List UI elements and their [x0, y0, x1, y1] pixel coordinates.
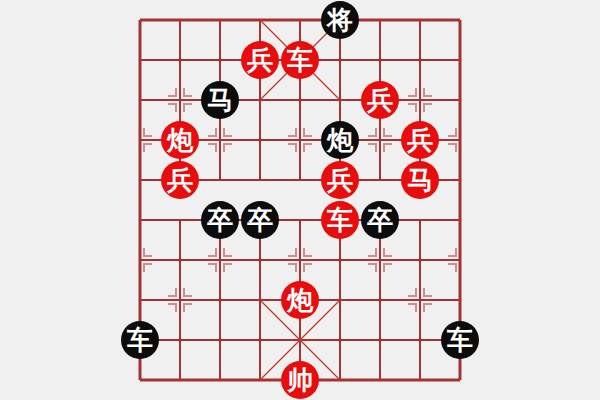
piece-black-soldier[interactable]: 卒 — [241, 201, 279, 239]
piece-red-chariot[interactable]: 车 — [321, 201, 359, 239]
piece-black-chariot[interactable]: 车 — [121, 321, 159, 359]
piece-black-horse[interactable]: 马 — [201, 81, 239, 119]
piece-black-soldier[interactable]: 卒 — [361, 201, 399, 239]
piece-black-soldier[interactable]: 卒 — [201, 201, 239, 239]
piece-red-soldier[interactable]: 兵 — [401, 121, 439, 159]
piece-red-chariot[interactable]: 车 — [281, 41, 319, 79]
piece-red-soldier[interactable]: 兵 — [361, 81, 399, 119]
piece-red-general[interactable]: 帅 — [281, 361, 319, 399]
piece-black-chariot[interactable]: 车 — [441, 321, 479, 359]
piece-red-soldier[interactable]: 兵 — [241, 41, 279, 79]
pieces-layer: 将兵车马兵炮炮兵兵兵马卒卒车卒炮车车帅 — [120, 0, 480, 400]
piece-red-horse[interactable]: 马 — [401, 161, 439, 199]
piece-red-cannon[interactable]: 炮 — [161, 121, 199, 159]
piece-black-general[interactable]: 将 — [321, 1, 359, 39]
xiangqi-board: 将兵车马兵炮炮兵兵兵马卒卒车卒炮车车帅 — [0, 0, 600, 400]
piece-red-soldier[interactable]: 兵 — [321, 161, 359, 199]
piece-red-cannon[interactable]: 炮 — [281, 281, 319, 319]
piece-red-soldier[interactable]: 兵 — [161, 161, 199, 199]
piece-black-cannon[interactable]: 炮 — [321, 121, 359, 159]
